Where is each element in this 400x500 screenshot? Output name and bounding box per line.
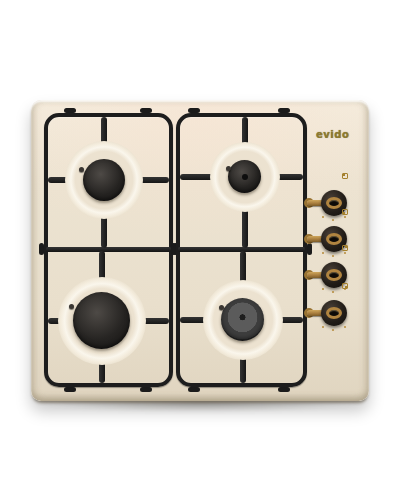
product-photo: evido [0, 0, 400, 500]
ignition-electrode [226, 166, 231, 171]
ignition-electrode [69, 304, 74, 309]
grate-foot [188, 108, 200, 113]
off-mark [344, 216, 346, 218]
knob-center-ring [326, 233, 342, 245]
indicator-dot [345, 246, 347, 248]
knob-center-ring [326, 197, 342, 209]
indicator-dot [345, 286, 347, 288]
off-mark [344, 252, 346, 254]
burner-cap [83, 159, 125, 201]
flame-mark [332, 329, 334, 331]
flame-mark [322, 216, 324, 218]
brand-logo: evido [316, 129, 352, 143]
grate-foot [64, 387, 76, 392]
burner-control-knob-4[interactable] [321, 300, 347, 326]
grate-foot [278, 108, 290, 113]
indicator-dot [343, 174, 345, 176]
burner-indicator-icon [342, 209, 348, 215]
grate-foot [140, 387, 152, 392]
flame-mark [322, 288, 324, 290]
knob-center-ring [326, 307, 342, 319]
ignition-electrode [219, 305, 224, 310]
ignition-electrode [79, 167, 84, 172]
burner-cap [73, 292, 130, 349]
grate-foot [64, 108, 76, 113]
burner-indicator-icon [342, 245, 348, 251]
flame-mark [322, 252, 324, 254]
grate-foot [171, 243, 176, 255]
indicator-dot [343, 212, 345, 214]
flame-mark [332, 219, 334, 221]
knob-center-ring [326, 269, 342, 281]
off-mark [344, 326, 346, 328]
grate-foot [39, 243, 44, 255]
grate-middle-bar [46, 247, 171, 252]
gas-hob-panel: evido [31, 100, 369, 401]
burner-center-hole [242, 174, 248, 180]
flame-mark [332, 255, 334, 257]
grate-foot [188, 387, 200, 392]
grate-foot [140, 108, 152, 113]
burner-indicator-icon [342, 283, 348, 289]
burner-indicator-icon [342, 173, 348, 179]
grate-foot [278, 387, 290, 392]
burner-cap [221, 298, 264, 341]
grate-foot [307, 243, 312, 255]
flame-mark [332, 291, 334, 293]
flame-mark [322, 326, 324, 328]
